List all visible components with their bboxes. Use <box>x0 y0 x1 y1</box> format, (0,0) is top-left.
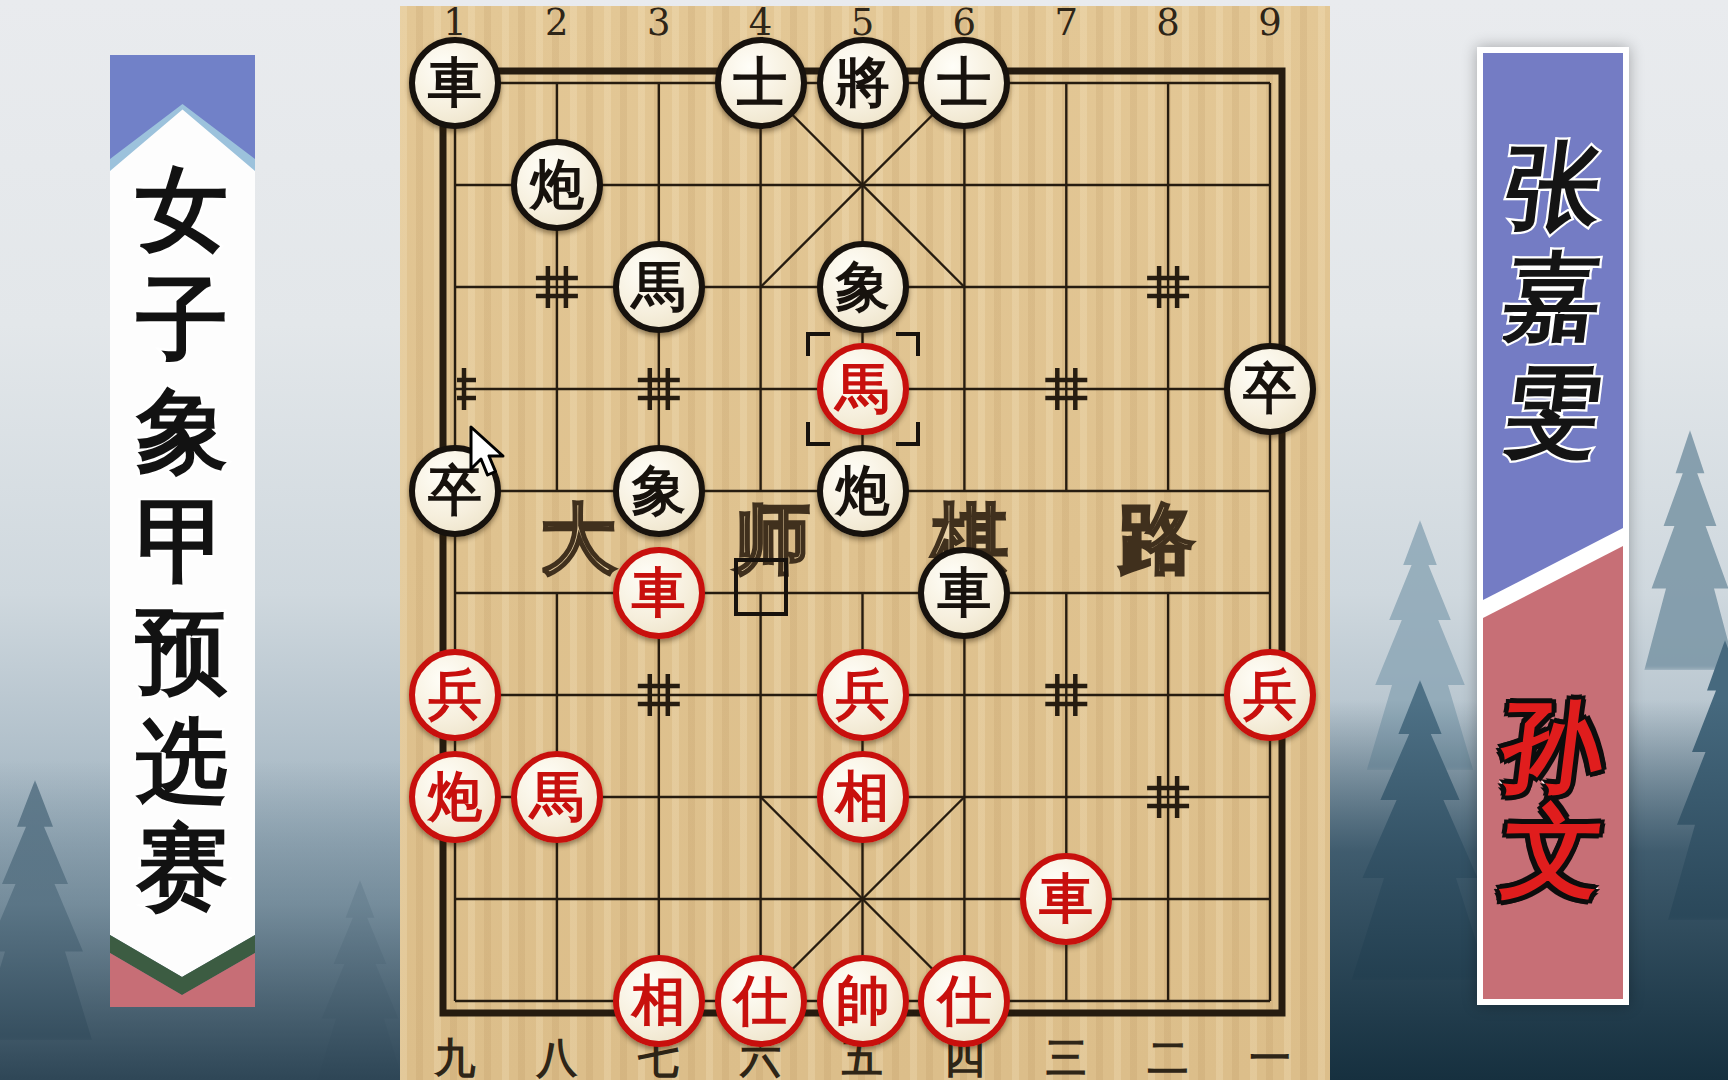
file-label-top: 3 <box>647 1 671 44</box>
piece-glyph: 帥 <box>836 974 890 1028</box>
event-title-char: 赛 <box>122 806 242 930</box>
event-title-char: 子 <box>122 258 242 382</box>
players-banner: 张嘉雯孙文 <box>1477 47 1629 1005</box>
piece-black-象[interactable]: 象 <box>817 241 909 333</box>
piece-glyph: 將 <box>836 56 890 110</box>
piece-red-仕[interactable]: 仕 <box>918 955 1010 1047</box>
piece-glyph: 象 <box>632 464 686 518</box>
piece-black-象[interactable]: 象 <box>613 445 705 537</box>
piece-glyph: 炮 <box>530 158 584 212</box>
piece-glyph: 車 <box>428 56 482 110</box>
piece-red-仕[interactable]: 仕 <box>715 955 807 1047</box>
river-watermark-char: 大 <box>540 489 616 592</box>
file-label-bottom: 八 <box>536 1031 577 1080</box>
event-banner: 女子象甲预选赛 <box>110 55 255 1007</box>
black-player-name-char: 张 <box>1472 139 1634 235</box>
piece-red-車[interactable]: 車 <box>613 547 705 639</box>
piece-red-兵[interactable]: 兵 <box>409 649 501 741</box>
piece-black-炮[interactable]: 炮 <box>511 139 603 231</box>
file-label-top: 7 <box>1055 1 1079 44</box>
file-label-bottom: 二 <box>1148 1031 1189 1080</box>
piece-black-馬[interactable]: 馬 <box>613 241 705 333</box>
piece-glyph: 兵 <box>1243 668 1297 722</box>
piece-glyph: 車 <box>937 566 991 620</box>
video-frame: 123456789九八七六五四三二一 大师棋路 車士將士炮馬象馬卒卒象炮車車兵兵… <box>0 0 1728 1080</box>
piece-red-相[interactable]: 相 <box>613 955 705 1047</box>
file-label-top: 2 <box>545 1 569 44</box>
piece-red-馬[interactable]: 馬 <box>511 751 603 843</box>
piece-black-車[interactable]: 車 <box>409 37 501 129</box>
piece-glyph: 炮 <box>428 770 482 824</box>
piece-glyph: 象 <box>836 260 890 314</box>
piece-glyph: 相 <box>836 770 890 824</box>
mouse-cursor-icon[interactable] <box>468 425 512 485</box>
red-player-name-char: 文 <box>1472 802 1634 902</box>
file-label-top: 9 <box>1258 1 1282 44</box>
piece-red-車[interactable]: 車 <box>1020 853 1112 945</box>
piece-glyph: 馬 <box>632 260 686 314</box>
piece-black-士[interactable]: 士 <box>918 37 1010 129</box>
move-target-brackets <box>806 332 920 446</box>
piece-glyph: 士 <box>937 56 991 110</box>
move-origin-marker <box>734 558 788 616</box>
piece-red-帥[interactable]: 帥 <box>817 955 909 1047</box>
piece-red-兵[interactable]: 兵 <box>1224 649 1316 741</box>
black-player-name-char: 嘉 <box>1472 249 1634 345</box>
piece-red-相[interactable]: 相 <box>817 751 909 843</box>
piece-red-兵[interactable]: 兵 <box>817 649 909 741</box>
file-label-top: 8 <box>1156 1 1180 44</box>
piece-glyph: 馬 <box>530 770 584 824</box>
piece-glyph: 士 <box>734 56 788 110</box>
piece-black-炮[interactable]: 炮 <box>817 445 909 537</box>
piece-glyph: 仕 <box>734 974 788 1028</box>
piece-glyph: 仕 <box>937 974 991 1028</box>
event-title-char: 象 <box>122 370 242 494</box>
file-label-bottom: 九 <box>435 1031 476 1080</box>
piece-black-將[interactable]: 將 <box>817 37 909 129</box>
piece-glyph: 相 <box>632 974 686 1028</box>
piece-glyph: 兵 <box>428 668 482 722</box>
piece-black-車[interactable]: 車 <box>918 547 1010 639</box>
piece-black-卒[interactable]: 卒 <box>1224 343 1316 435</box>
file-label-bottom: 三 <box>1046 1031 1087 1080</box>
piece-glyph: 炮 <box>836 464 890 518</box>
event-title-char: 女 <box>122 148 242 272</box>
event-title-char: 甲 <box>122 480 242 604</box>
event-title-char: 预 <box>122 590 242 714</box>
piece-glyph: 車 <box>1039 872 1093 926</box>
river-watermark-char: 路 <box>1119 489 1195 592</box>
piece-glyph: 車 <box>632 566 686 620</box>
piece-glyph: 卒 <box>1243 362 1297 416</box>
file-label-bottom: 一 <box>1250 1031 1291 1080</box>
piece-red-炮[interactable]: 炮 <box>409 751 501 843</box>
red-player-name-char: 孙 <box>1472 697 1634 797</box>
black-player-name-char: 雯 <box>1472 362 1634 458</box>
piece-glyph: 兵 <box>836 668 890 722</box>
piece-black-士[interactable]: 士 <box>715 37 807 129</box>
